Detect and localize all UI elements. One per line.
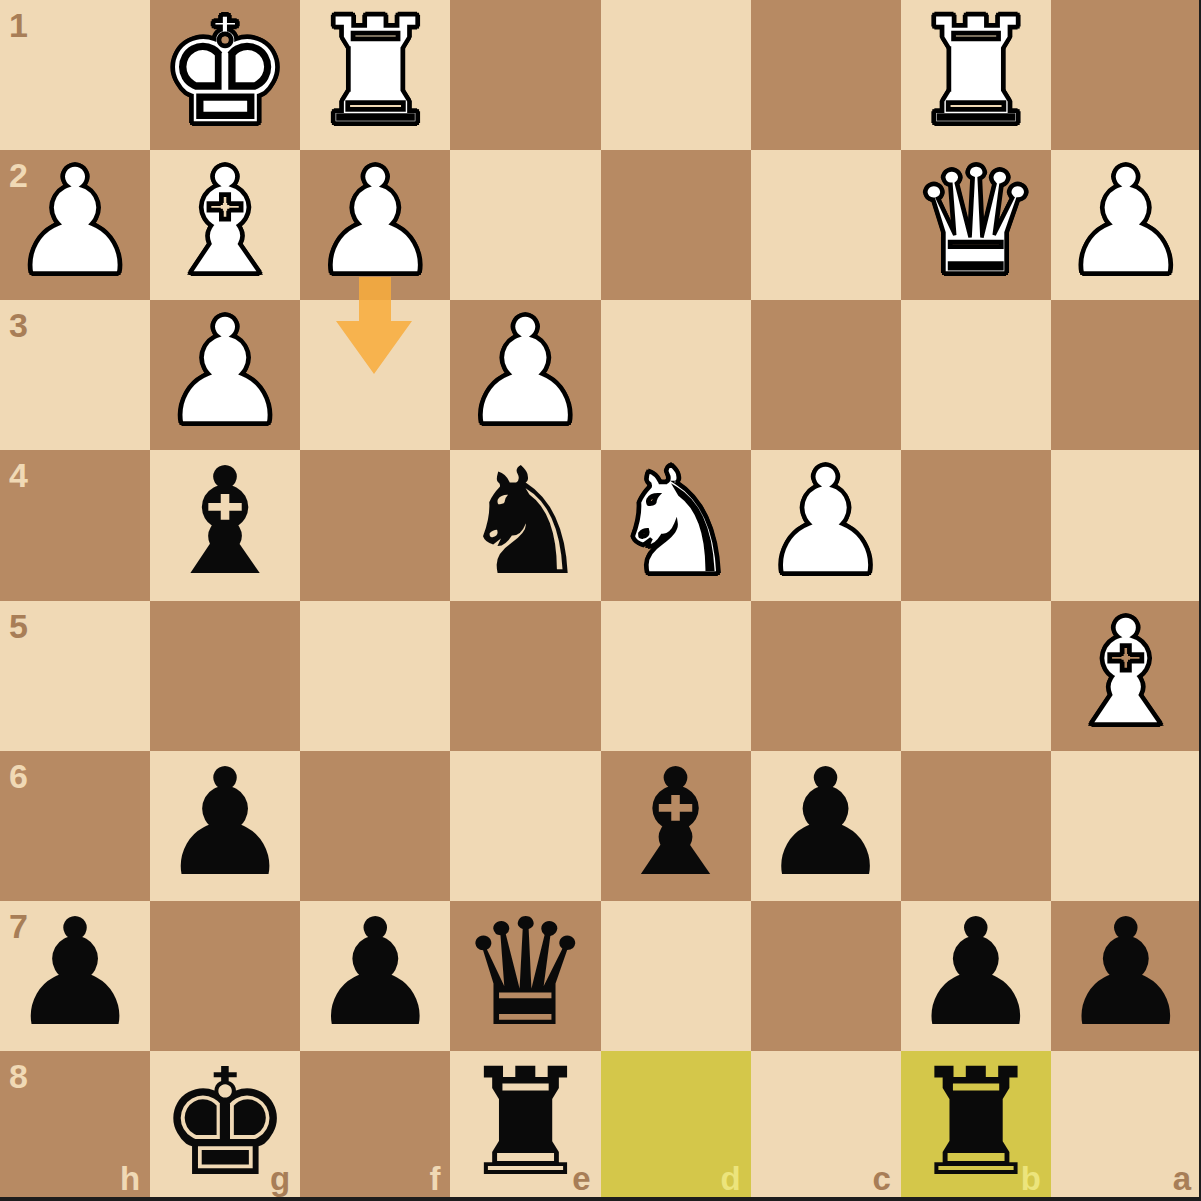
square-a1[interactable] [1051, 0, 1201, 150]
square-f8[interactable]: f [300, 1051, 450, 1201]
white-bishop-g2[interactable]: ♝ [150, 147, 300, 297]
square-d7[interactable] [601, 901, 751, 1051]
rank-label-5: 5 [9, 609, 28, 643]
square-e8[interactable]: e♜ [450, 1051, 600, 1201]
square-b2[interactable]: ♛ [901, 150, 1051, 300]
rank-label-4: 4 [9, 458, 28, 492]
square-c4[interactable]: ♟ [751, 450, 901, 600]
rank-label-3: 3 [9, 308, 28, 342]
square-h3[interactable]: 3 [0, 300, 150, 450]
square-g4[interactable]: ♝ [150, 450, 300, 600]
black-rook-e8[interactable]: ♜ [450, 1048, 600, 1198]
square-f1[interactable]: ♜ [300, 0, 450, 150]
square-c3[interactable] [751, 300, 901, 450]
square-c7[interactable] [751, 901, 901, 1051]
file-label-c: c [872, 1162, 890, 1195]
rank-label-1: 1 [9, 8, 28, 42]
file-label-a: a [1173, 1162, 1191, 1195]
square-b3[interactable] [901, 300, 1051, 450]
white-pawn-g3[interactable]: ♟ [150, 297, 300, 447]
square-d1[interactable] [601, 0, 751, 150]
square-a6[interactable] [1051, 751, 1201, 901]
square-g6[interactable]: ♟ [150, 751, 300, 901]
black-pawn-h7[interactable]: ♟ [0, 898, 150, 1048]
square-e4[interactable]: ♞ [450, 450, 600, 600]
square-e1[interactable] [450, 0, 600, 150]
square-h6[interactable]: 6 [0, 751, 150, 901]
file-label-h: h [120, 1162, 140, 1195]
square-h7[interactable]: 7♟ [0, 901, 150, 1051]
square-a5[interactable]: ♝ [1051, 601, 1201, 751]
square-e7[interactable]: ♛ [450, 901, 600, 1051]
white-knight-d4[interactable]: ♞ [601, 447, 751, 597]
square-b1[interactable]: ♜ [901, 0, 1051, 150]
black-pawn-a7[interactable]: ♟ [1051, 898, 1201, 1048]
square-e5[interactable] [450, 601, 600, 751]
black-bishop-d6[interactable]: ♝ [601, 748, 751, 898]
square-h1[interactable]: 1 [0, 0, 150, 150]
square-a4[interactable] [1051, 450, 1201, 600]
square-a3[interactable] [1051, 300, 1201, 450]
black-rook-b8[interactable]: ♜ [901, 1048, 1051, 1198]
square-d2[interactable] [601, 150, 751, 300]
square-b6[interactable] [901, 751, 1051, 901]
white-queen-b2[interactable]: ♛ [901, 147, 1051, 297]
black-pawn-f7[interactable]: ♟ [300, 898, 450, 1048]
square-c5[interactable] [751, 601, 901, 751]
square-b8[interactable]: b♜ [901, 1051, 1051, 1201]
square-f6[interactable] [300, 751, 450, 901]
file-label-d: d [720, 1162, 740, 1195]
square-b4[interactable] [901, 450, 1051, 600]
white-pawn-c4[interactable]: ♟ [751, 447, 901, 597]
square-f4[interactable] [300, 450, 450, 600]
white-rook-b1[interactable]: ♜ [901, 0, 1051, 147]
square-d6[interactable]: ♝ [601, 751, 751, 901]
square-e2[interactable] [450, 150, 600, 300]
rank-label-6: 6 [9, 759, 28, 793]
square-c1[interactable] [751, 0, 901, 150]
black-bishop-g4[interactable]: ♝ [150, 447, 300, 597]
white-pawn-e3[interactable]: ♟ [450, 297, 600, 447]
black-pawn-g6[interactable]: ♟ [150, 748, 300, 898]
square-h5[interactable]: 5 [0, 601, 150, 751]
square-h8[interactable]: 8h [0, 1051, 150, 1201]
square-c6[interactable]: ♟ [751, 751, 901, 901]
chess-board: 1♚♜♜2♟♝♟♛♟3♟♟4♝♞♞♟5♝6♟♝♟7♟♟♛♟♟8hg♚fe♜dcb… [0, 0, 1201, 1201]
white-pawn-f2[interactable]: ♟ [300, 147, 450, 297]
square-g3[interactable]: ♟ [150, 300, 300, 450]
square-f2[interactable]: ♟ [300, 150, 450, 300]
square-a7[interactable]: ♟ [1051, 901, 1201, 1051]
square-g8[interactable]: g♚ [150, 1051, 300, 1201]
square-e6[interactable] [450, 751, 600, 901]
square-d4[interactable]: ♞ [601, 450, 751, 600]
square-d3[interactable] [601, 300, 751, 450]
rank-label-8: 8 [9, 1059, 28, 1093]
white-bishop-a5[interactable]: ♝ [1051, 598, 1201, 748]
square-b7[interactable]: ♟ [901, 901, 1051, 1051]
square-g7[interactable] [150, 901, 300, 1051]
black-queen-e7[interactable]: ♛ [450, 898, 600, 1048]
white-king-g1[interactable]: ♚ [150, 0, 300, 147]
black-pawn-c6[interactable]: ♟ [751, 748, 901, 898]
white-pawn-h2[interactable]: ♟ [0, 147, 150, 297]
square-f7[interactable]: ♟ [300, 901, 450, 1051]
square-g1[interactable]: ♚ [150, 0, 300, 150]
square-b5[interactable] [901, 601, 1051, 751]
square-h2[interactable]: 2♟ [0, 150, 150, 300]
square-g2[interactable]: ♝ [150, 150, 300, 300]
square-d8[interactable]: d [601, 1051, 751, 1201]
square-h4[interactable]: 4 [0, 450, 150, 600]
square-a8[interactable]: a [1051, 1051, 1201, 1201]
black-knight-e4[interactable]: ♞ [450, 447, 600, 597]
black-king-g8[interactable]: ♚ [150, 1048, 300, 1198]
square-d5[interactable] [601, 601, 751, 751]
square-a2[interactable]: ♟ [1051, 150, 1201, 300]
square-g5[interactable] [150, 601, 300, 751]
square-e3[interactable]: ♟ [450, 300, 600, 450]
square-c2[interactable] [751, 150, 901, 300]
white-pawn-a2[interactable]: ♟ [1051, 147, 1201, 297]
white-rook-f1[interactable]: ♜ [300, 0, 450, 147]
square-f3[interactable] [300, 300, 450, 450]
square-f5[interactable] [300, 601, 450, 751]
square-c8[interactable]: c [751, 1051, 901, 1201]
file-label-f: f [429, 1162, 440, 1195]
black-pawn-b7[interactable]: ♟ [901, 898, 1051, 1048]
